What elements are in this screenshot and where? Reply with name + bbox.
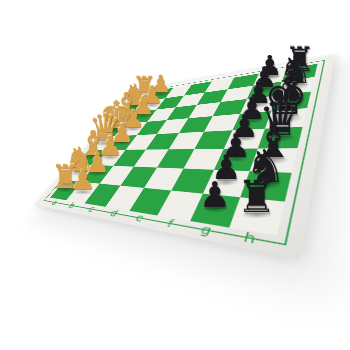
square-h3 — [250, 148, 298, 173]
vinyl-chess-mat: abcdefgh — [35, 55, 335, 260]
square-h4 — [258, 127, 303, 149]
square-h5 — [265, 108, 307, 129]
chess-set-photo: abcdefgh ♜♞♝♛♚♝♞♜♟♟♟♟♟♟♟♟♜♞♝♛♚♝♞♜♟♟♟♟♟♟♟… — [0, 0, 350, 350]
